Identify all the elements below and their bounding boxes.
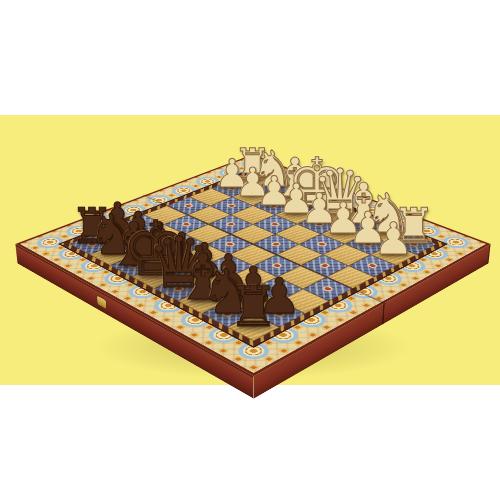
- square-c6: [229, 265, 278, 288]
- square-c5: [253, 255, 301, 277]
- product-photo-stage: ♜♞♝♛♚♝♞♜♟♟♟♟♟♟♟♟♟♟♟♟♟♟♟♟♜♞♝♛♚♝♞♜: [0, 0, 500, 500]
- square-a6: [279, 289, 330, 314]
- chess-board: [15, 155, 490, 377]
- case-fold-seam: [382, 303, 385, 325]
- square-d5: [230, 244, 277, 265]
- chess-set-scene: [0, 0, 500, 500]
- square-f7: [136, 244, 183, 265]
- square-d6: [205, 255, 253, 277]
- brass-clasp: [97, 295, 106, 308]
- case-edge-line: [487, 244, 490, 264]
- square-c7: [204, 277, 254, 301]
- square-f8: [110, 255, 158, 277]
